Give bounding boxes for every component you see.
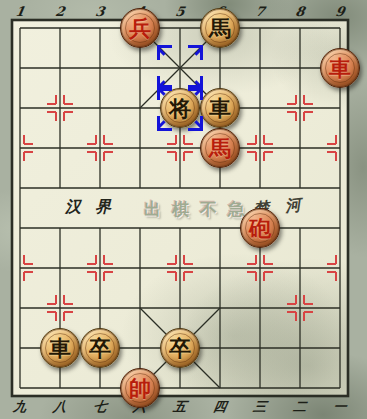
river-label-hanjie: 汉界: [65, 197, 125, 218]
piece-black-soldier[interactable]: 卒: [160, 328, 200, 368]
piece-character: 帥: [129, 377, 151, 399]
piece-black-chariot[interactable]: 車: [40, 328, 80, 368]
piece-character: 車: [209, 97, 231, 119]
piece-character: 卒: [169, 337, 191, 359]
xiangqi-board[interactable]: 123456789九八七六五四三二一 汉界出棋不急楚河 兵馬車将車馬砲車卒卒帥: [0, 0, 367, 419]
river-watermark: 出棋不急: [144, 198, 256, 221]
piece-black-chariot[interactable]: 車: [200, 88, 240, 128]
piece-black-general[interactable]: 将: [160, 88, 200, 128]
piece-character: 車: [329, 57, 351, 79]
piece-black-horse[interactable]: 馬: [200, 8, 240, 48]
piece-red-cannon[interactable]: 砲: [240, 208, 280, 248]
piece-red-soldier[interactable]: 兵: [120, 8, 160, 48]
piece-character: 兵: [129, 17, 151, 39]
piece-red-chariot[interactable]: 車: [320, 48, 360, 88]
piece-red-general[interactable]: 帥: [120, 368, 160, 408]
piece-character: 将: [169, 97, 191, 119]
piece-character: 砲: [249, 217, 271, 239]
piece-character: 馬: [209, 137, 231, 159]
piece-character: 車: [49, 337, 71, 359]
piece-character: 馬: [209, 17, 231, 39]
piece-red-horse[interactable]: 馬: [200, 128, 240, 168]
piece-character: 卒: [89, 337, 111, 359]
piece-black-soldier[interactable]: 卒: [80, 328, 120, 368]
